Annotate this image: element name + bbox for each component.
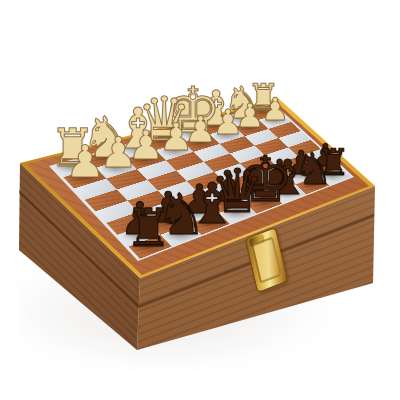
clasp-plate — [251, 236, 282, 283]
chess-box-scene: ♜♞♝♛♚♝♞♜♟♟♟♟♟♟♟♟♟♟♟♟♟♟♟♟♜♞♝♛♚♝♞♜ — [0, 0, 400, 400]
